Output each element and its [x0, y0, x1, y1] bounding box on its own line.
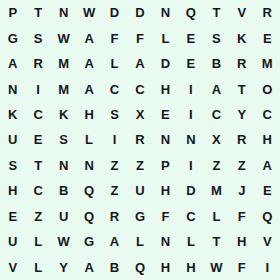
- grid-cell[interactable]: W: [76, 0, 101, 25]
- grid-cell[interactable]: B: [204, 51, 229, 76]
- grid-cell[interactable]: C: [127, 76, 152, 101]
- grid-cell[interactable]: K: [51, 102, 76, 127]
- grid-cell[interactable]: H: [153, 76, 178, 101]
- grid-cell[interactable]: A: [76, 76, 101, 101]
- grid-cell[interactable]: Z: [229, 153, 254, 178]
- grid-cell[interactable]: X: [204, 127, 229, 152]
- grid-cell[interactable]: L: [153, 25, 178, 50]
- grid-cell[interactable]: R: [127, 127, 152, 152]
- grid-cell[interactable]: E: [255, 178, 280, 203]
- grid-cell[interactable]: Q: [76, 178, 101, 203]
- grid-cell[interactable]: Z: [102, 153, 127, 178]
- grid-cell[interactable]: U: [0, 229, 25, 254]
- grid-cell[interactable]: M: [204, 178, 229, 203]
- grid-cell[interactable]: Z: [102, 178, 127, 203]
- grid-cell[interactable]: X: [127, 102, 152, 127]
- grid-cell[interactable]: R: [102, 204, 127, 229]
- grid-cell[interactable]: G: [76, 229, 101, 254]
- grid-cell[interactable]: N: [153, 229, 178, 254]
- grid-cell[interactable]: I: [25, 76, 50, 101]
- grid-cell[interactable]: Q: [178, 0, 203, 25]
- grid-cell[interactable]: I: [178, 76, 203, 101]
- grid-cell[interactable]: M: [255, 51, 280, 76]
- grid-cell[interactable]: B: [102, 255, 127, 280]
- grid-cell[interactable]: E: [25, 127, 50, 152]
- grid-cell[interactable]: T: [25, 153, 50, 178]
- grid-cell[interactable]: S: [204, 25, 229, 50]
- grid-cell[interactable]: K: [0, 102, 25, 127]
- grid-cell[interactable]: N: [153, 0, 178, 25]
- grid-cell[interactable]: G: [127, 204, 152, 229]
- grid-cell[interactable]: C: [102, 76, 127, 101]
- grid-cell[interactable]: S: [102, 102, 127, 127]
- grid-cell[interactable]: D: [153, 51, 178, 76]
- grid-cell[interactable]: R: [229, 127, 254, 152]
- grid-cell[interactable]: C: [255, 102, 280, 127]
- grid-cell[interactable]: U: [127, 178, 152, 203]
- grid-cell[interactable]: P: [0, 0, 25, 25]
- grid-cell[interactable]: Z: [127, 153, 152, 178]
- grid-cell[interactable]: Y: [229, 102, 254, 127]
- grid-cell[interactable]: V: [0, 255, 25, 280]
- grid-cell[interactable]: I: [255, 255, 280, 280]
- grid-cell[interactable]: R: [25, 51, 50, 76]
- grid-cell[interactable]: T: [204, 229, 229, 254]
- grid-cell[interactable]: N: [51, 0, 76, 25]
- grid-cell[interactable]: M: [51, 76, 76, 101]
- grid-cell[interactable]: N: [76, 153, 101, 178]
- grid-cell[interactable]: A: [127, 51, 152, 76]
- grid-cell[interactable]: O: [255, 76, 280, 101]
- grid-cell[interactable]: D: [102, 0, 127, 25]
- grid-cell[interactable]: F: [102, 25, 127, 50]
- grid-cell[interactable]: C: [204, 102, 229, 127]
- grid-cell[interactable]: U: [51, 204, 76, 229]
- grid-cell[interactable]: V: [255, 229, 280, 254]
- grid-cell[interactable]: W: [51, 229, 76, 254]
- grid-cell[interactable]: Z: [25, 204, 50, 229]
- word-search-board: PTNWDDNQTVRGSWAFFLESKEARMALADEBRMNIMACCH…: [0, 0, 280, 280]
- grid-cell[interactable]: L: [102, 51, 127, 76]
- grid-cell[interactable]: T: [25, 0, 50, 25]
- grid-cell[interactable]: R: [255, 0, 280, 25]
- grid-cell[interactable]: Q: [76, 204, 101, 229]
- grid-cell[interactable]: H: [153, 255, 178, 280]
- grid-cell[interactable]: C: [25, 102, 50, 127]
- grid-cell[interactable]: H: [255, 127, 280, 152]
- grid-cell[interactable]: A: [76, 51, 101, 76]
- grid-cell[interactable]: H: [178, 255, 203, 280]
- grid-cell[interactable]: I: [178, 102, 203, 127]
- grid-cell[interactable]: D: [127, 0, 152, 25]
- grid-cell[interactable]: A: [76, 25, 101, 50]
- grid-cell[interactable]: M: [51, 51, 76, 76]
- grid-cell[interactable]: I: [102, 127, 127, 152]
- grid-cell[interactable]: T: [229, 76, 254, 101]
- grid-cell[interactable]: E: [178, 25, 203, 50]
- grid-cell[interactable]: D: [178, 178, 203, 203]
- grid-cell[interactable]: A: [76, 255, 101, 280]
- grid-cell[interactable]: L: [127, 229, 152, 254]
- grid-cell[interactable]: L: [25, 229, 50, 254]
- grid-cell[interactable]: K: [229, 25, 254, 50]
- grid-cell[interactable]: H: [0, 178, 25, 203]
- grid-cell[interactable]: C: [25, 178, 50, 203]
- grid-cell[interactable]: H: [76, 102, 101, 127]
- grid-cell[interactable]: N: [178, 127, 203, 152]
- grid-cell[interactable]: V: [229, 0, 254, 25]
- grid-cell[interactable]: L: [178, 229, 203, 254]
- grid-cell[interactable]: L: [204, 204, 229, 229]
- grid-cell[interactable]: N: [153, 127, 178, 152]
- grid-cell[interactable]: L: [76, 127, 101, 152]
- grid-cell[interactable]: Q: [127, 255, 152, 280]
- grid-cell[interactable]: E: [178, 51, 203, 76]
- grid-cell[interactable]: R: [229, 51, 254, 76]
- grid-cell[interactable]: A: [102, 229, 127, 254]
- grid-cell[interactable]: A: [255, 153, 280, 178]
- grid-cell[interactable]: J: [229, 178, 254, 203]
- grid-cell[interactable]: F: [153, 204, 178, 229]
- grid-cell[interactable]: Y: [51, 255, 76, 280]
- grid-cell[interactable]: F: [229, 255, 254, 280]
- grid-cell[interactable]: T: [204, 0, 229, 25]
- grid-cell[interactable]: A: [0, 51, 25, 76]
- grid-cell[interactable]: S: [25, 25, 50, 50]
- grid-cell[interactable]: F: [127, 25, 152, 50]
- grid-cell[interactable]: L: [25, 255, 50, 280]
- grid-cell[interactable]: S: [51, 127, 76, 152]
- grid-cell[interactable]: B: [51, 178, 76, 203]
- grid-cell[interactable]: C: [178, 204, 203, 229]
- grid-cell[interactable]: G: [0, 25, 25, 50]
- grid-cell[interactable]: Z: [204, 153, 229, 178]
- grid-cell[interactable]: S: [0, 153, 25, 178]
- grid-cell[interactable]: U: [0, 127, 25, 152]
- grid-cell[interactable]: E: [0, 204, 25, 229]
- grid-cell[interactable]: W: [204, 255, 229, 280]
- grid-cell[interactable]: E: [255, 25, 280, 50]
- grid-cell[interactable]: F: [229, 204, 254, 229]
- grid-cell[interactable]: I: [178, 153, 203, 178]
- grid-cell[interactable]: H: [229, 229, 254, 254]
- grid-cell[interactable]: N: [51, 153, 76, 178]
- grid-cell[interactable]: Q: [255, 204, 280, 229]
- grid-cell[interactable]: P: [153, 153, 178, 178]
- grid-cell[interactable]: E: [153, 102, 178, 127]
- grid-cell[interactable]: N: [0, 76, 25, 101]
- grid-cell[interactable]: H: [153, 178, 178, 203]
- grid-cell[interactable]: A: [204, 76, 229, 101]
- grid-cell[interactable]: W: [51, 25, 76, 50]
